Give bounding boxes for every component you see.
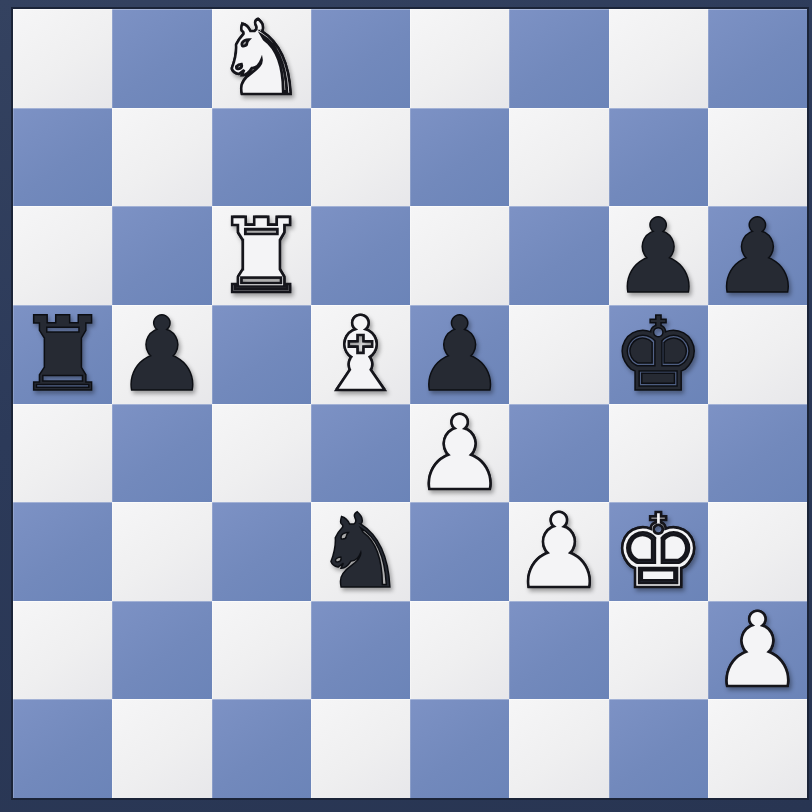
- square-b7[interactable]: [112, 108, 211, 207]
- square-a1[interactable]: [13, 699, 112, 798]
- square-c1[interactable]: [212, 699, 311, 798]
- square-d2[interactable]: [311, 601, 410, 700]
- square-a2[interactable]: [13, 601, 112, 700]
- square-g6[interactable]: ♟: [609, 206, 708, 305]
- square-g5[interactable]: ♚: [609, 305, 708, 404]
- square-d1[interactable]: [311, 699, 410, 798]
- square-c6[interactable]: ♜: [212, 206, 311, 305]
- square-e8[interactable]: [410, 9, 509, 108]
- square-h2[interactable]: ♟: [708, 601, 807, 700]
- square-h5[interactable]: [708, 305, 807, 404]
- square-b1[interactable]: [112, 699, 211, 798]
- chess-board: ♞♜♟♟♜♟♝♟♚♟♞♟♚♟: [13, 9, 807, 798]
- square-d6[interactable]: [311, 206, 410, 305]
- square-d3[interactable]: ♞: [311, 502, 410, 601]
- square-b5[interactable]: ♟: [112, 305, 211, 404]
- square-h7[interactable]: [708, 108, 807, 207]
- square-b8[interactable]: [112, 9, 211, 108]
- board-frame: ♞♜♟♟♜♟♝♟♚♟♞♟♚♟: [0, 0, 812, 812]
- square-h6[interactable]: ♟: [708, 206, 807, 305]
- square-f7[interactable]: [509, 108, 608, 207]
- square-g1[interactable]: [609, 699, 708, 798]
- square-c4[interactable]: [212, 404, 311, 503]
- square-b4[interactable]: [112, 404, 211, 503]
- white-king-icon[interactable]: ♚: [609, 502, 708, 600]
- square-e1[interactable]: [410, 699, 509, 798]
- white-bishop-icon[interactable]: ♝: [311, 305, 410, 403]
- square-f3[interactable]: ♟: [509, 502, 608, 601]
- square-h1[interactable]: [708, 699, 807, 798]
- square-a4[interactable]: [13, 404, 112, 503]
- square-f8[interactable]: [509, 9, 608, 108]
- square-b6[interactable]: [112, 206, 211, 305]
- white-pawn-icon[interactable]: ♟: [509, 502, 608, 600]
- square-e7[interactable]: [410, 108, 509, 207]
- square-f1[interactable]: [509, 699, 608, 798]
- square-g8[interactable]: [609, 9, 708, 108]
- square-h3[interactable]: [708, 502, 807, 601]
- square-h4[interactable]: [708, 404, 807, 503]
- square-a6[interactable]: [13, 206, 112, 305]
- square-g2[interactable]: [609, 601, 708, 700]
- square-e4[interactable]: ♟: [410, 404, 509, 503]
- square-e6[interactable]: [410, 206, 509, 305]
- square-f6[interactable]: [509, 206, 608, 305]
- square-f4[interactable]: [509, 404, 608, 503]
- square-d4[interactable]: [311, 404, 410, 503]
- white-pawn-icon[interactable]: ♟: [410, 404, 509, 502]
- black-pawn-icon[interactable]: ♟: [708, 207, 807, 305]
- square-d8[interactable]: [311, 9, 410, 108]
- square-e5[interactable]: ♟: [410, 305, 509, 404]
- square-d5[interactable]: ♝: [311, 305, 410, 404]
- square-b2[interactable]: [112, 601, 211, 700]
- square-c5[interactable]: [212, 305, 311, 404]
- black-rook-icon[interactable]: ♜: [13, 305, 112, 403]
- square-c8[interactable]: ♞: [212, 9, 311, 108]
- square-g4[interactable]: [609, 404, 708, 503]
- square-a8[interactable]: [13, 9, 112, 108]
- square-a5[interactable]: ♜: [13, 305, 112, 404]
- square-a3[interactable]: [13, 502, 112, 601]
- white-pawn-icon[interactable]: ♟: [708, 601, 807, 699]
- white-rook-icon[interactable]: ♜: [212, 207, 311, 305]
- square-c2[interactable]: [212, 601, 311, 700]
- square-a7[interactable]: [13, 108, 112, 207]
- black-pawn-icon[interactable]: ♟: [609, 207, 708, 305]
- black-pawn-icon[interactable]: ♟: [410, 305, 509, 403]
- white-knight-icon[interactable]: ♞: [212, 9, 311, 107]
- square-e3[interactable]: [410, 502, 509, 601]
- square-c3[interactable]: [212, 502, 311, 601]
- square-e2[interactable]: [410, 601, 509, 700]
- square-g7[interactable]: [609, 108, 708, 207]
- square-g3[interactable]: ♚: [609, 502, 708, 601]
- black-knight-icon[interactable]: ♞: [311, 502, 410, 600]
- square-f5[interactable]: [509, 305, 608, 404]
- square-c7[interactable]: [212, 108, 311, 207]
- square-b3[interactable]: [112, 502, 211, 601]
- square-h8[interactable]: [708, 9, 807, 108]
- square-d7[interactable]: [311, 108, 410, 207]
- square-f2[interactable]: [509, 601, 608, 700]
- black-pawn-icon[interactable]: ♟: [112, 305, 211, 403]
- black-king-icon[interactable]: ♚: [609, 305, 708, 403]
